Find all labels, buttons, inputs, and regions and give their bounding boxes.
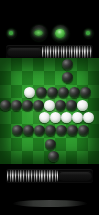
- white-disc-piece: [44, 100, 55, 111]
- white-disc-piece: [24, 87, 35, 98]
- white-disc-piece: [77, 100, 88, 111]
- game-screen: [0, 0, 99, 215]
- board-cell-r1c2[interactable]: [11, 58, 22, 71]
- board-cell-r1c4[interactable]: [33, 58, 44, 71]
- board-cell-r8c9[interactable]: [88, 151, 99, 164]
- board-cell-r7c2[interactable]: [11, 138, 22, 151]
- led-glow-dot: [86, 31, 90, 35]
- board-cell-r8c7[interactable]: [66, 151, 77, 164]
- board-cell-r2c5[interactable]: [44, 71, 55, 84]
- board-cell-r7c6[interactable]: [55, 138, 66, 151]
- board-cell-r7c1[interactable]: [0, 138, 11, 151]
- board-cell-r7c8[interactable]: [77, 138, 88, 151]
- black-disc-piece: [55, 100, 66, 111]
- black-disc-piece: [67, 125, 78, 136]
- black-disc-piece: [48, 151, 59, 162]
- black-disc-piece: [47, 87, 58, 98]
- left-eye-button[interactable]: [31, 25, 47, 41]
- board-cell-r4c9[interactable]: [88, 98, 99, 111]
- tray-empty-slot: [58, 171, 92, 181]
- floor-reflection: [12, 200, 88, 207]
- white-disc-piece: [72, 112, 83, 123]
- board-cell-r8c1[interactable]: [0, 151, 11, 164]
- board-cell-r7c3[interactable]: [22, 138, 33, 151]
- black-disc-piece: [12, 125, 23, 136]
- eye-glow-icon: [34, 30, 43, 37]
- black-disc-piece: [62, 59, 73, 70]
- led-glow-dot: [9, 31, 13, 35]
- white-disc-piece: [39, 112, 50, 123]
- black-disc-piece: [23, 125, 34, 136]
- board-cell-r3c1[interactable]: [0, 85, 11, 98]
- white-disc-piece: [50, 112, 61, 123]
- board-cell-r8c4[interactable]: [33, 151, 44, 164]
- board-cell-r2c1[interactable]: [0, 71, 11, 84]
- board-cell-r6c9[interactable]: [88, 124, 99, 137]
- right-status-led-icon: [84, 29, 93, 38]
- board-cell-r2c8[interactable]: [77, 71, 88, 84]
- black-disc-piece: [0, 100, 11, 111]
- board-cell-r2c2[interactable]: [11, 71, 22, 84]
- right-eye-button[interactable]: [52, 25, 69, 42]
- black-disc-piece: [58, 87, 69, 98]
- board-cell-r5c3[interactable]: [22, 111, 33, 124]
- board-cell-r1c9[interactable]: [88, 58, 99, 71]
- stacked-discs-ribs: [42, 46, 92, 58]
- black-disc-piece: [22, 100, 33, 111]
- board-cell-r7c7[interactable]: [66, 138, 77, 151]
- board-cell-r1c5[interactable]: [44, 58, 55, 71]
- top-disc-tray: [6, 45, 93, 58]
- board-cell-r6c1[interactable]: [0, 124, 11, 137]
- tray-empty-slot: [7, 47, 43, 57]
- black-disc-piece: [56, 125, 67, 136]
- board-cell-r2c4[interactable]: [33, 71, 44, 84]
- board-cell-r1c1[interactable]: [0, 58, 11, 71]
- board-cell-r8c3[interactable]: [22, 151, 33, 164]
- black-disc-piece: [11, 100, 22, 111]
- black-disc-piece: [45, 139, 56, 150]
- black-disc-piece: [69, 87, 80, 98]
- stacked-discs-ribs: [7, 170, 58, 182]
- bottom-disc-tray: [6, 169, 93, 182]
- board-cell-r8c8[interactable]: [77, 151, 88, 164]
- black-disc-piece: [80, 87, 91, 98]
- eye-glow-icon: [55, 29, 65, 39]
- board-cell-r1c8[interactable]: [77, 58, 88, 71]
- board-cell-r5c1[interactable]: [0, 111, 11, 124]
- black-disc-piece: [36, 87, 47, 98]
- white-disc-piece: [83, 112, 94, 123]
- white-disc-piece: [61, 112, 72, 123]
- black-disc-piece: [62, 72, 73, 83]
- black-disc-piece: [34, 125, 45, 136]
- board-cell-r7c4[interactable]: [33, 138, 44, 151]
- black-disc-piece: [45, 125, 56, 136]
- board-cell-r7c9[interactable]: [88, 138, 99, 151]
- board-cell-r2c3[interactable]: [22, 71, 33, 84]
- board-cell-r5c2[interactable]: [11, 111, 22, 124]
- board-cell-r8c2[interactable]: [11, 151, 22, 164]
- left-status-led-icon: [7, 29, 16, 38]
- board-cell-r1c3[interactable]: [22, 58, 33, 71]
- black-disc-piece: [33, 100, 44, 111]
- board-cell-r3c2[interactable]: [11, 85, 22, 98]
- board-cell-r2c9[interactable]: [88, 71, 99, 84]
- black-disc-piece: [66, 100, 77, 111]
- black-disc-piece: [78, 125, 89, 136]
